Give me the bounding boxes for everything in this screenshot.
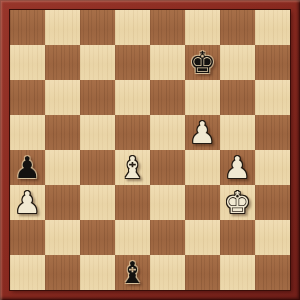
white-pawn-piece[interactable]: ♟ — [224, 150, 251, 185]
square-e8[interactable] — [150, 10, 185, 45]
black-pawn-piece[interactable]: ♟ — [14, 150, 41, 185]
square-g6[interactable] — [220, 80, 255, 115]
square-c3[interactable] — [80, 185, 115, 220]
square-d3[interactable] — [115, 185, 150, 220]
square-a8[interactable] — [10, 10, 45, 45]
white-pawn-piece[interactable]: ♟ — [14, 185, 41, 220]
square-d2[interactable] — [115, 220, 150, 255]
square-g3[interactable]: ♚ — [220, 185, 255, 220]
square-h4[interactable] — [255, 150, 290, 185]
square-b3[interactable] — [45, 185, 80, 220]
square-b5[interactable] — [45, 115, 80, 150]
square-h3[interactable] — [255, 185, 290, 220]
square-h1[interactable] — [255, 255, 290, 290]
square-g4[interactable]: ♟ — [220, 150, 255, 185]
square-e4[interactable] — [150, 150, 185, 185]
square-e5[interactable] — [150, 115, 185, 150]
square-e3[interactable] — [150, 185, 185, 220]
square-g1[interactable] — [220, 255, 255, 290]
square-e1[interactable] — [150, 255, 185, 290]
square-d7[interactable] — [115, 45, 150, 80]
square-h2[interactable] — [255, 220, 290, 255]
square-a5[interactable] — [10, 115, 45, 150]
square-b8[interactable] — [45, 10, 80, 45]
square-c4[interactable] — [80, 150, 115, 185]
square-f8[interactable] — [185, 10, 220, 45]
square-a2[interactable] — [10, 220, 45, 255]
square-g8[interactable] — [220, 10, 255, 45]
square-d8[interactable] — [115, 10, 150, 45]
square-b6[interactable] — [45, 80, 80, 115]
square-c7[interactable] — [80, 45, 115, 80]
square-f5[interactable]: ♟ — [185, 115, 220, 150]
square-e6[interactable] — [150, 80, 185, 115]
square-b1[interactable] — [45, 255, 80, 290]
square-d5[interactable] — [115, 115, 150, 150]
square-c5[interactable] — [80, 115, 115, 150]
black-king-piece[interactable]: ♚ — [189, 45, 216, 80]
white-king-piece[interactable]: ♚ — [224, 185, 251, 220]
white-bishop-piece[interactable]: ♝ — [119, 150, 146, 185]
square-f7[interactable]: ♚ — [185, 45, 220, 80]
square-b7[interactable] — [45, 45, 80, 80]
square-c8[interactable] — [80, 10, 115, 45]
square-a1[interactable] — [10, 255, 45, 290]
square-b4[interactable] — [45, 150, 80, 185]
square-h5[interactable] — [255, 115, 290, 150]
square-f3[interactable] — [185, 185, 220, 220]
square-a6[interactable] — [10, 80, 45, 115]
white-pawn-piece[interactable]: ♟ — [189, 115, 216, 150]
square-a4[interactable]: ♟ — [10, 150, 45, 185]
square-f1[interactable] — [185, 255, 220, 290]
square-a7[interactable] — [10, 45, 45, 80]
square-d4[interactable]: ♝ — [115, 150, 150, 185]
square-c2[interactable] — [80, 220, 115, 255]
square-g5[interactable] — [220, 115, 255, 150]
board-frame: ♚♟♟♝♟♟♚♝ — [0, 0, 300, 300]
square-h7[interactable] — [255, 45, 290, 80]
square-e2[interactable] — [150, 220, 185, 255]
square-c6[interactable] — [80, 80, 115, 115]
black-bishop-piece[interactable]: ♝ — [119, 255, 146, 290]
square-d6[interactable] — [115, 80, 150, 115]
square-f4[interactable] — [185, 150, 220, 185]
square-f2[interactable] — [185, 220, 220, 255]
square-e7[interactable] — [150, 45, 185, 80]
square-c1[interactable] — [80, 255, 115, 290]
square-g2[interactable] — [220, 220, 255, 255]
chess-board: ♚♟♟♝♟♟♚♝ — [10, 10, 290, 290]
square-a3[interactable]: ♟ — [10, 185, 45, 220]
square-g7[interactable] — [220, 45, 255, 80]
square-b2[interactable] — [45, 220, 80, 255]
square-f6[interactable] — [185, 80, 220, 115]
square-d1[interactable]: ♝ — [115, 255, 150, 290]
square-h6[interactable] — [255, 80, 290, 115]
square-h8[interactable] — [255, 10, 290, 45]
